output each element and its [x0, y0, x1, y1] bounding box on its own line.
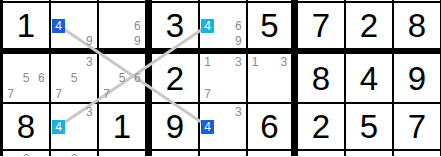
cell-rBc1[interactable]: 567: [3, 54, 49, 102]
candidate-slot-8: [262, 86, 276, 102]
sudoku-board: 2214969346957285673575672137138498341934…: [0, 0, 441, 156]
given-digit: 5: [346, 104, 392, 149]
cell-rBc5[interactable]: 137: [200, 54, 246, 102]
cell-rCc6[interactable]: 6: [248, 104, 291, 149]
given-digit: 7: [394, 104, 440, 149]
candidate-slot-9: [130, 86, 145, 102]
candidate-slot-8: [114, 33, 129, 48]
candidate-slot-9: 9: [130, 33, 145, 48]
candidate-slot-6: [277, 70, 291, 86]
candidate-slot-9: [231, 134, 246, 149]
given-digit: 9: [152, 104, 198, 149]
candidate-slot-4: 4: [200, 18, 215, 33]
candidate-slot-2: [114, 54, 129, 70]
cell-rBc7[interactable]: 8: [298, 54, 344, 102]
highlighted-candidate-4-cyan[interactable]: 4: [201, 19, 214, 33]
given-digit: 1: [99, 104, 145, 149]
candidate-9[interactable]: 9: [235, 35, 242, 47]
candidate-slot-3: 3: [82, 104, 97, 119]
candidate-slot-9: 9: [231, 33, 246, 48]
candidate-slot-1: [99, 3, 114, 18]
candidate-slot-6: [231, 119, 246, 134]
candidate-slot-1: [99, 54, 114, 70]
cell-rAc8[interactable]: 2: [346, 3, 392, 48]
candidate-slot-9: [82, 86, 97, 102]
candidate-1[interactable]: 1: [204, 56, 211, 68]
highlighted-candidate-4-blue[interactable]: 4: [52, 19, 65, 33]
candidate-5[interactable]: 5: [119, 72, 126, 84]
cell-rCc7[interactable]: 2: [298, 104, 344, 149]
candidate-3[interactable]: 3: [86, 106, 93, 118]
candidate-slot-2: [215, 104, 230, 119]
candidate-slot-4: 4: [51, 18, 66, 33]
candidate-7[interactable]: 7: [55, 88, 62, 100]
candidate-slot-5: [66, 18, 81, 33]
cell-above-sliver-c5: [200, 0, 246, 1]
given-digit: 8: [394, 3, 440, 48]
cell-rBc3[interactable]: 567: [99, 54, 145, 102]
candidate-slot-8: [18, 86, 33, 102]
candidate-slot-3: [34, 151, 49, 156]
candidate-9[interactable]: 9: [86, 35, 93, 47]
given-digit: 7: [298, 3, 344, 48]
cell-above-sliver-c1: [3, 0, 49, 1]
cell-rBc4[interactable]: 2: [152, 54, 198, 102]
cell-rDc9[interactable]: [394, 151, 440, 156]
cell-rCc4[interactable]: 9: [152, 104, 198, 149]
candidate-slot-5: [215, 18, 230, 33]
candidate-slot-8: [215, 33, 230, 48]
candidate-slot-7: [51, 134, 66, 149]
given-digit: 2: [346, 3, 392, 48]
cell-rAc5[interactable]: 469: [200, 3, 246, 48]
candidate-slot-2: [66, 54, 81, 70]
candidate-slot-9: [34, 86, 49, 102]
candidate-slot-8: [114, 86, 129, 102]
candidate-slot-1: [3, 54, 18, 70]
cell-rDc8[interactable]: [346, 151, 392, 156]
cell-rDc5[interactable]: [200, 151, 246, 156]
candidate-slot-8: [66, 33, 81, 48]
cell-rDc1[interactable]: 2: [3, 151, 49, 156]
given-digit: 1: [3, 3, 49, 48]
candidate-slot-6: [82, 18, 97, 33]
cell-rDc3[interactable]: [99, 151, 145, 156]
candidate-5[interactable]: 5: [23, 72, 30, 84]
candidate-slot-6: 6: [231, 18, 246, 33]
cell-above-sliver-c4: [152, 0, 198, 1]
cell-above-sliver-c8: [346, 0, 392, 1]
given-digit: 9: [394, 54, 440, 102]
cell-above-sliver-c7: [298, 0, 344, 1]
given-digit: 2: [298, 104, 344, 149]
candidate-slot-3: [130, 3, 145, 18]
cell-rBc6[interactable]: 13: [248, 54, 291, 102]
candidate-slot-8: [215, 134, 230, 149]
candidate-slot-5: [262, 70, 276, 86]
candidate-slot-3: [34, 54, 49, 70]
candidate-slot-7: [248, 86, 262, 102]
candidate-3[interactable]: 3: [235, 106, 242, 118]
given-digit: 8: [298, 54, 344, 102]
candidate-slot-6: [231, 70, 246, 86]
cell-rCc3[interactable]: 1: [99, 104, 145, 149]
candidate-slot-7: [200, 33, 215, 48]
candidate-slot-3: [82, 151, 97, 156]
candidate-1[interactable]: 1: [252, 56, 259, 68]
candidate-slot-3: [231, 3, 246, 18]
candidate-slot-6: 6: [34, 70, 49, 86]
cell-rDc2[interactable]: 2: [51, 151, 97, 156]
cell-rAc1[interactable]: 1: [3, 3, 49, 48]
candidate-slot-6: [82, 70, 97, 86]
candidate-slot-3: 3: [82, 54, 97, 70]
candidate-slot-8: [66, 134, 81, 149]
candidate-6[interactable]: 6: [38, 72, 45, 84]
cell-above-sliver-c9: [394, 0, 440, 1]
candidate-slot-2: [262, 54, 276, 70]
cell-rAc3[interactable]: 69: [99, 3, 145, 48]
cell-rCc2[interactable]: 34: [51, 104, 97, 149]
cell-rAc2[interactable]: 49: [51, 3, 97, 48]
candidate-slot-9: [82, 134, 97, 149]
candidate-slot-1: 1: [248, 54, 262, 70]
candidate-slot-6: 6: [130, 70, 145, 86]
candidate-slot-1: [51, 54, 66, 70]
highlighted-candidate-4-blue[interactable]: 4: [201, 120, 214, 134]
cell-rAc9[interactable]: 8: [394, 3, 440, 48]
candidate-3[interactable]: 3: [280, 56, 287, 68]
candidate-slot-4: [99, 18, 114, 33]
candidate-slot-4: [3, 70, 18, 86]
given-digit: 4: [346, 54, 392, 102]
cell-rCc5[interactable]: 34: [200, 104, 246, 149]
candidate-slot-4: [248, 70, 262, 86]
candidate-2[interactable]: 2: [71, 153, 78, 157]
cell-rBc8[interactable]: 4: [346, 54, 392, 102]
candidate-slot-4: 4: [200, 119, 215, 134]
candidate-5[interactable]: 5: [71, 72, 78, 84]
cell-above-sliver-c6: [248, 0, 291, 1]
cell-rBc9[interactable]: 9: [394, 54, 440, 102]
candidate-7[interactable]: 7: [7, 88, 14, 100]
given-digit: 6: [248, 104, 291, 149]
candidate-slot-2: 2: [18, 151, 33, 156]
candidate-slot-1: 1: [200, 54, 215, 70]
cell-rCc1[interactable]: 8: [3, 104, 49, 149]
candidate-slot-8: [215, 86, 230, 102]
candidate-9[interactable]: 9: [134, 35, 141, 47]
candidate-slot-7: [99, 33, 114, 48]
candidate-slot-2: [215, 54, 230, 70]
candidate-slot-6: [82, 119, 97, 134]
candidate-slot-7: 7: [51, 86, 66, 102]
candidate-slot-5: [215, 119, 230, 134]
candidate-slot-1: [200, 104, 215, 119]
candidate-slot-3: [130, 54, 145, 70]
candidate-6[interactable]: 6: [134, 20, 141, 32]
candidate-slot-5: 5: [66, 70, 81, 86]
cell-rAc4[interactable]: 3: [152, 3, 198, 48]
given-digit: 3: [152, 3, 198, 48]
candidate-slot-5: [114, 18, 129, 33]
candidate-slot-2: [18, 54, 33, 70]
highlighted-candidate-4-cyan[interactable]: 4: [52, 120, 65, 134]
candidate-slot-5: 5: [114, 70, 129, 86]
candidate-slot-5: [66, 119, 81, 134]
candidate-2[interactable]: 2: [23, 153, 30, 157]
candidate-slot-2: [114, 3, 129, 18]
candidate-slot-7: [51, 33, 66, 48]
candidate-slot-7: 7: [200, 86, 215, 102]
cell-rDc4[interactable]: [152, 151, 198, 156]
candidate-slot-1: [3, 151, 18, 156]
candidate-slot-3: [82, 3, 97, 18]
cell-above-sliver-c2: [51, 0, 97, 1]
candidate-slot-8: [66, 86, 81, 102]
given-digit: 5: [248, 3, 291, 48]
candidate-slot-7: 7: [3, 86, 18, 102]
candidate-slot-9: [231, 86, 246, 102]
given-digit: 8: [3, 104, 49, 149]
candidate-slot-4: 4: [51, 119, 66, 134]
candidate-6[interactable]: 6: [134, 72, 141, 84]
cell-rCc8[interactable]: 5: [346, 104, 392, 149]
candidate-slot-1: [51, 151, 66, 156]
given-digit: 2: [152, 54, 198, 102]
cell-rAc7[interactable]: 7: [298, 3, 344, 48]
candidate-slot-2: [66, 104, 81, 119]
cell-rCc9[interactable]: 7: [394, 104, 440, 149]
candidate-slot-5: [215, 70, 230, 86]
candidate-slot-9: [277, 86, 291, 102]
candidate-slot-9: 9: [82, 33, 97, 48]
candidate-slot-4: [200, 70, 215, 86]
candidate-7[interactable]: 7: [204, 88, 211, 100]
candidate-slot-5: 5: [18, 70, 33, 86]
cell-rDc7[interactable]: [298, 151, 344, 156]
candidate-slot-4: [51, 70, 66, 86]
candidate-slot-7: 7: [99, 86, 114, 102]
candidate-slot-1: [51, 3, 66, 18]
cell-rBc2[interactable]: 357: [51, 54, 97, 102]
candidate-slot-3: 3: [277, 54, 291, 70]
candidate-slot-6: 6: [130, 18, 145, 33]
candidate-3[interactable]: 3: [235, 56, 242, 68]
candidate-slot-2: [66, 3, 81, 18]
candidate-slot-1: [51, 104, 66, 119]
candidate-slot-3: 3: [231, 104, 246, 119]
candidate-slot-4: [99, 70, 114, 86]
cell-above-sliver-c3: [99, 0, 145, 1]
candidate-3[interactable]: 3: [86, 56, 93, 68]
candidate-slot-7: [200, 134, 215, 149]
candidate-7[interactable]: 7: [103, 88, 110, 100]
cell-rAc6[interactable]: 5: [248, 3, 291, 48]
candidate-slot-3: 3: [231, 54, 246, 70]
cell-rDc6[interactable]: [248, 151, 291, 156]
candidate-6[interactable]: 6: [235, 20, 242, 32]
candidate-slot-2: 2: [66, 151, 81, 156]
candidate-slot-1: [200, 3, 215, 18]
candidate-slot-2: [215, 3, 230, 18]
